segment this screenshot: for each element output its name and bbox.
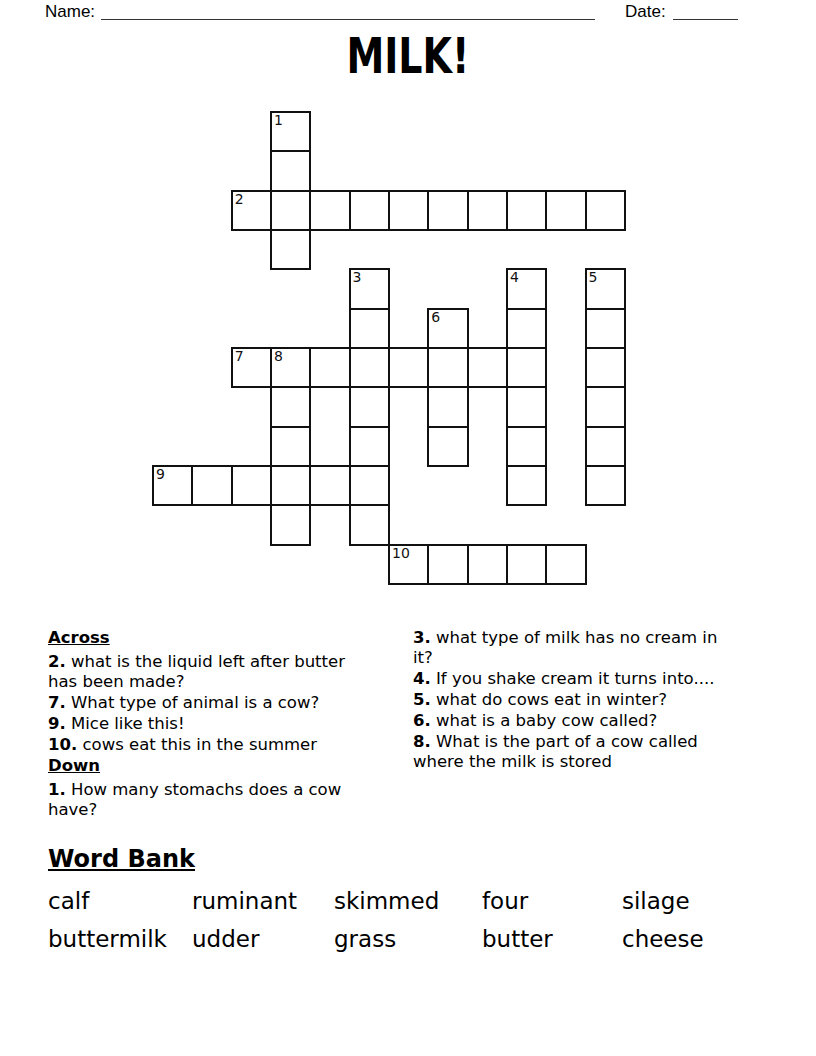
grid-cell-2-2[interactable]: 2 [231, 190, 272, 231]
clue-4: 4. If you shake cream it turns into.... [413, 669, 723, 689]
word-bank-words: calfruminantskimmedfoursilagebuttermilku… [48, 882, 768, 958]
down-heading: Down [48, 756, 363, 776]
cell-number-5: 5 [589, 270, 598, 285]
grid-cell-11-6[interactable]: 10 [388, 544, 429, 585]
grid-cell-7-9[interactable] [506, 386, 547, 427]
clues-right-column: 3. what type of milk has no cream in it?… [413, 628, 723, 773]
grid-cell-2-7[interactable] [427, 190, 468, 231]
grid-cell-2-3[interactable] [270, 190, 311, 231]
worksheet-page: Name: Date: MILK! 12345678910 Across 2. … [0, 0, 816, 1056]
cell-number-10: 10 [392, 546, 410, 561]
grid-cell-6-8[interactable] [467, 347, 508, 388]
clue-6: 6. what is a baby cow called? [413, 711, 723, 731]
clue-10: 10. cows eat this in the summer [48, 735, 363, 755]
clue-2: 2. what is the liquid left after butter … [48, 652, 363, 692]
grid-cell-9-2[interactable] [231, 465, 272, 506]
cell-number-2: 2 [235, 192, 244, 207]
grid-cell-11-8[interactable] [467, 544, 508, 585]
grid-cell-6-7[interactable] [427, 347, 468, 388]
cell-number-9: 9 [156, 467, 165, 482]
word-bank-word-ruminant: ruminant [192, 882, 334, 920]
word-bank-word-udder: udder [192, 920, 334, 958]
clue-number: 10. [48, 735, 77, 754]
grid-cell-8-7[interactable] [427, 426, 468, 467]
crossword-grid: 12345678910 [152, 111, 627, 586]
grid-cell-5-7[interactable]: 6 [427, 308, 468, 349]
grid-cell-3-3[interactable] [270, 229, 311, 270]
grid-cell-9-4[interactable] [309, 465, 350, 506]
clue-9: 9. Mice like this! [48, 714, 363, 734]
across-heading: Across [48, 628, 363, 648]
clues-left-column: Across 2. what is the liquid left after … [48, 628, 363, 821]
grid-cell-2-4[interactable] [309, 190, 350, 231]
grid-cell-8-3[interactable] [270, 426, 311, 467]
title-wrap: MILK! [0, 30, 816, 82]
grid-cell-9-1[interactable] [191, 465, 232, 506]
grid-cell-7-7[interactable] [427, 386, 468, 427]
grid-cell-2-5[interactable] [349, 190, 390, 231]
grid-cell-5-5[interactable] [349, 308, 390, 349]
date-line[interactable] [673, 2, 738, 20]
grid-cell-6-5[interactable] [349, 347, 390, 388]
clue-3: 3. what type of milk has no cream in it? [413, 628, 723, 668]
grid-cell-10-3[interactable] [270, 504, 311, 545]
grid-cell-6-6[interactable] [388, 347, 429, 388]
grid-cell-8-5[interactable] [349, 426, 390, 467]
grid-cell-6-4[interactable] [309, 347, 350, 388]
grid-cell-1-3[interactable] [270, 150, 311, 191]
down-clues-right: 3. what type of milk has no cream in it?… [413, 628, 723, 772]
word-bank-word-silage: silage [622, 882, 768, 920]
grid-cell-11-7[interactable] [427, 544, 468, 585]
grid-cell-0-3[interactable]: 1 [270, 111, 311, 152]
grid-cell-6-9[interactable] [506, 347, 547, 388]
cell-number-7: 7 [235, 349, 244, 364]
date-label: Date: [625, 2, 666, 22]
grid-cell-7-5[interactable] [349, 386, 390, 427]
grid-cell-4-11[interactable]: 5 [585, 268, 626, 309]
word-bank-word-buttermilk: buttermilk [48, 920, 192, 958]
grid-cell-5-9[interactable] [506, 308, 547, 349]
clue-number: 3. [413, 628, 431, 647]
word-bank-word-skimmed: skimmed [334, 882, 482, 920]
grid-cell-7-3[interactable] [270, 386, 311, 427]
word-bank-heading: Word Bank [48, 845, 195, 873]
grid-cell-7-11[interactable] [585, 386, 626, 427]
cell-number-6: 6 [431, 310, 440, 325]
word-bank-word-grass: grass [334, 920, 482, 958]
grid-cell-11-9[interactable] [506, 544, 547, 585]
clue-number: 9. [48, 714, 66, 733]
clue-number: 2. [48, 652, 66, 671]
cell-number-4: 4 [510, 270, 519, 285]
grid-cell-2-8[interactable] [467, 190, 508, 231]
clue-7: 7. What type of animal is a cow? [48, 693, 363, 713]
grid-cell-4-5[interactable]: 3 [349, 268, 390, 309]
grid-cell-6-2[interactable]: 7 [231, 347, 272, 388]
clue-1: 1. How many stomachs does a cow have? [48, 780, 363, 820]
name-label: Name: [45, 2, 95, 22]
word-bank-word-cheese: cheese [622, 920, 768, 958]
clue-number: 7. [48, 693, 66, 712]
grid-cell-9-9[interactable] [506, 465, 547, 506]
grid-cell-5-11[interactable] [585, 308, 626, 349]
grid-cell-2-6[interactable] [388, 190, 429, 231]
name-line[interactable] [101, 2, 595, 20]
grid-cell-6-3[interactable]: 8 [270, 347, 311, 388]
grid-cell-4-9[interactable]: 4 [506, 268, 547, 309]
grid-cell-8-11[interactable] [585, 426, 626, 467]
grid-cell-2-9[interactable] [506, 190, 547, 231]
clue-number: 5. [413, 690, 431, 709]
grid-cell-9-11[interactable] [585, 465, 626, 506]
cell-number-1: 1 [274, 113, 283, 128]
grid-cell-9-3[interactable] [270, 465, 311, 506]
word-bank-word-four: four [482, 882, 622, 920]
clue-8: 8. What is the part of a cow called wher… [413, 732, 723, 772]
grid-cell-8-9[interactable] [506, 426, 547, 467]
grid-cell-6-11[interactable] [585, 347, 626, 388]
grid-cell-10-5[interactable] [349, 504, 390, 545]
grid-cell-9-5[interactable] [349, 465, 390, 506]
cell-number-3: 3 [353, 270, 362, 285]
grid-cell-2-10[interactable] [545, 190, 586, 231]
down-clues-left: 1. How many stomachs does a cow have? [48, 780, 363, 820]
clue-number: 1. [48, 780, 66, 799]
puzzle-title: MILK! [347, 30, 470, 82]
across-clues: 2. what is the liquid left after butter … [48, 652, 363, 755]
grid-cell-11-10[interactable] [545, 544, 586, 585]
clue-5: 5. what do cows eat in winter? [413, 690, 723, 710]
grid-cell-9-0[interactable]: 9 [152, 465, 193, 506]
clue-number: 4. [413, 669, 431, 688]
grid-cell-2-11[interactable] [585, 190, 626, 231]
clue-number: 6. [413, 711, 431, 730]
word-bank-word-calf: calf [48, 882, 192, 920]
clue-number: 8. [413, 732, 431, 751]
cell-number-8: 8 [274, 349, 283, 364]
word-bank-word-butter: butter [482, 920, 622, 958]
